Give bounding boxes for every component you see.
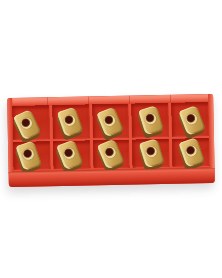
milling-insert [57,106,83,137]
milling-insert [178,105,205,136]
milling-insert [139,138,165,168]
milling-insert [13,109,41,141]
insert-screw-hole-icon [22,148,36,162]
insert-screw-hole-icon [144,145,158,159]
tray-compartment [12,105,49,140]
milling-insert [178,137,204,168]
tray-compartment [132,103,169,138]
milling-insert [138,105,164,135]
insert-tray [7,94,215,187]
tray-front-wall [9,168,215,187]
tray-compartment [93,140,130,169]
tray-compartment [53,140,90,169]
insert-screw-hole-icon [63,114,77,128]
tray-compartment [132,139,169,168]
product-photo [0,0,222,278]
tray-compartment-grid [12,102,209,171]
milling-insert [97,138,125,169]
tray-compartment [171,102,208,137]
insert-screw-hole-icon [103,114,117,128]
insert-screw-hole-icon [62,147,76,161]
insert-screw-hole-icon [144,112,158,126]
insert-screw-hole-icon [184,144,198,158]
insert-screw-hole-icon [103,146,117,160]
tray-compartment [172,138,209,167]
insert-screw-hole-icon [184,112,198,126]
tray-compartment [52,104,89,139]
milling-insert [96,106,123,137]
insert-screw-hole-icon [20,116,35,131]
milling-insert [16,140,42,171]
tray-compartment [13,141,50,170]
milling-insert [56,139,83,170]
tray-compartment [92,104,129,139]
